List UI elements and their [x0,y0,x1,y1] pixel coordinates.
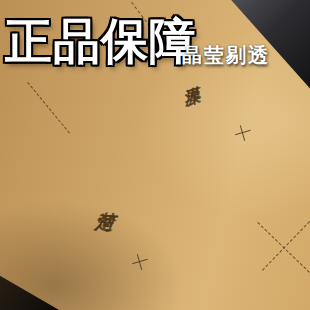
product-photo: 楚河 漢界 炮兵兵兵馬車兵卒卒炮馬兵馬象馬將卒象 正品保障 晶莹剔透 [0,0,310,310]
promo-subheadline: 晶莹剔透 [182,42,270,69]
promo-headline: 正品保障 [5,9,197,75]
